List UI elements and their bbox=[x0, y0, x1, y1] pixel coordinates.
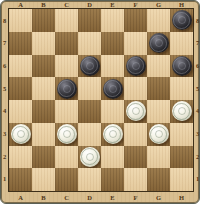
square-h5[interactable] bbox=[170, 77, 193, 100]
checkers-board: ABCDEFGH ABCDEFGH 87654321 87654321 bbox=[0, 0, 200, 204]
square-g6[interactable] bbox=[147, 55, 170, 78]
square-f1[interactable] bbox=[124, 168, 147, 191]
square-g5[interactable] bbox=[147, 77, 170, 100]
rank-label-3: 3 bbox=[1, 122, 8, 145]
square-d1[interactable] bbox=[78, 168, 101, 191]
square-b3[interactable] bbox=[32, 123, 55, 146]
rank-label-3: 3 bbox=[194, 122, 201, 145]
square-c8[interactable] bbox=[55, 9, 78, 32]
file-labels-bottom: ABCDEFGH bbox=[9, 192, 193, 204]
rank-label-5: 5 bbox=[194, 77, 201, 100]
rank-label-4: 4 bbox=[194, 100, 201, 123]
square-f2[interactable] bbox=[124, 146, 147, 169]
board-squares bbox=[8, 8, 194, 192]
square-a8[interactable] bbox=[9, 9, 32, 32]
square-c7[interactable] bbox=[55, 32, 78, 55]
rank-label-1: 1 bbox=[194, 167, 201, 190]
square-b4[interactable] bbox=[32, 100, 55, 123]
square-c2[interactable] bbox=[55, 146, 78, 169]
square-a4[interactable] bbox=[9, 100, 32, 123]
square-f4[interactable] bbox=[124, 100, 147, 123]
file-label-e: E bbox=[101, 1, 124, 8]
square-h3[interactable] bbox=[170, 123, 193, 146]
white-man-a3[interactable] bbox=[11, 124, 31, 144]
square-d7[interactable] bbox=[78, 32, 101, 55]
rank-label-4: 4 bbox=[1, 100, 8, 123]
file-label-b: B bbox=[32, 192, 55, 204]
file-label-e: E bbox=[101, 192, 124, 204]
file-label-f: F bbox=[124, 192, 147, 204]
black-man-h6[interactable] bbox=[172, 56, 192, 76]
square-b5[interactable] bbox=[32, 77, 55, 100]
square-b1[interactable] bbox=[32, 168, 55, 191]
rank-label-2: 2 bbox=[194, 145, 201, 168]
rank-label-6: 6 bbox=[194, 54, 201, 77]
square-g3[interactable] bbox=[147, 123, 170, 146]
square-h6[interactable] bbox=[170, 55, 193, 78]
file-label-d: D bbox=[78, 192, 101, 204]
rank-labels-right: 87654321 bbox=[194, 9, 201, 190]
square-d5[interactable] bbox=[78, 77, 101, 100]
square-e5[interactable] bbox=[101, 77, 124, 100]
square-f5[interactable] bbox=[124, 77, 147, 100]
file-label-a: A bbox=[9, 192, 32, 204]
square-h1[interactable] bbox=[170, 168, 193, 191]
square-d3[interactable] bbox=[78, 123, 101, 146]
file-label-h: H bbox=[170, 192, 193, 204]
black-man-d6[interactable] bbox=[80, 56, 100, 76]
square-c4[interactable] bbox=[55, 100, 78, 123]
file-label-a: A bbox=[9, 1, 32, 8]
square-h2[interactable] bbox=[170, 146, 193, 169]
square-d4[interactable] bbox=[78, 100, 101, 123]
square-e3[interactable] bbox=[101, 123, 124, 146]
square-g8[interactable] bbox=[147, 9, 170, 32]
black-man-h8[interactable] bbox=[172, 10, 192, 30]
square-a3[interactable] bbox=[9, 123, 32, 146]
rank-label-7: 7 bbox=[194, 32, 201, 55]
rank-labels-left: 87654321 bbox=[1, 9, 8, 190]
rank-label-7: 7 bbox=[1, 32, 8, 55]
square-g2[interactable] bbox=[147, 146, 170, 169]
file-label-g: G bbox=[147, 1, 170, 8]
square-b6[interactable] bbox=[32, 55, 55, 78]
square-c3[interactable] bbox=[55, 123, 78, 146]
black-man-e5[interactable] bbox=[103, 79, 123, 99]
square-f8[interactable] bbox=[124, 9, 147, 32]
rank-label-5: 5 bbox=[1, 77, 8, 100]
white-man-c3[interactable] bbox=[57, 124, 77, 144]
square-d6[interactable] bbox=[78, 55, 101, 78]
square-e8[interactable] bbox=[101, 9, 124, 32]
white-man-d2[interactable] bbox=[80, 147, 100, 167]
square-a7[interactable] bbox=[9, 32, 32, 55]
square-h7[interactable] bbox=[170, 32, 193, 55]
square-g4[interactable] bbox=[147, 100, 170, 123]
square-e2[interactable] bbox=[101, 146, 124, 169]
square-c1[interactable] bbox=[55, 168, 78, 191]
square-h8[interactable] bbox=[170, 9, 193, 32]
square-e6[interactable] bbox=[101, 55, 124, 78]
black-man-c5[interactable] bbox=[57, 79, 77, 99]
rank-label-6: 6 bbox=[1, 54, 8, 77]
white-man-e3[interactable] bbox=[103, 124, 123, 144]
square-c5[interactable] bbox=[55, 77, 78, 100]
square-b7[interactable] bbox=[32, 32, 55, 55]
square-e4[interactable] bbox=[101, 100, 124, 123]
square-h4[interactable] bbox=[170, 100, 193, 123]
square-a6[interactable] bbox=[9, 55, 32, 78]
white-man-f4[interactable] bbox=[126, 101, 146, 121]
rank-label-2: 2 bbox=[1, 145, 8, 168]
white-man-g3[interactable] bbox=[149, 124, 169, 144]
file-label-d: D bbox=[78, 1, 101, 8]
square-b2[interactable] bbox=[32, 146, 55, 169]
rank-label-1: 1 bbox=[1, 167, 8, 190]
file-label-c: C bbox=[55, 1, 78, 8]
square-f7[interactable] bbox=[124, 32, 147, 55]
file-label-f: F bbox=[124, 1, 147, 8]
square-a1[interactable] bbox=[9, 168, 32, 191]
rank-label-8: 8 bbox=[194, 9, 201, 32]
file-label-g: G bbox=[147, 192, 170, 204]
square-c6[interactable] bbox=[55, 55, 78, 78]
file-label-b: B bbox=[32, 1, 55, 8]
file-label-c: C bbox=[55, 192, 78, 204]
square-a2[interactable] bbox=[9, 146, 32, 169]
black-man-g7[interactable] bbox=[149, 33, 169, 53]
black-man-f6[interactable] bbox=[126, 56, 146, 76]
square-f3[interactable] bbox=[124, 123, 147, 146]
square-g7[interactable] bbox=[147, 32, 170, 55]
square-e1[interactable] bbox=[101, 168, 124, 191]
square-b8[interactable] bbox=[32, 9, 55, 32]
square-e7[interactable] bbox=[101, 32, 124, 55]
file-label-h: H bbox=[170, 1, 193, 8]
white-man-h4[interactable] bbox=[172, 101, 192, 121]
square-a5[interactable] bbox=[9, 77, 32, 100]
square-f6[interactable] bbox=[124, 55, 147, 78]
rank-label-8: 8 bbox=[1, 9, 8, 32]
square-d2[interactable] bbox=[78, 146, 101, 169]
file-labels-top: ABCDEFGH bbox=[9, 1, 193, 8]
square-g1[interactable] bbox=[147, 168, 170, 191]
square-d8[interactable] bbox=[78, 9, 101, 32]
